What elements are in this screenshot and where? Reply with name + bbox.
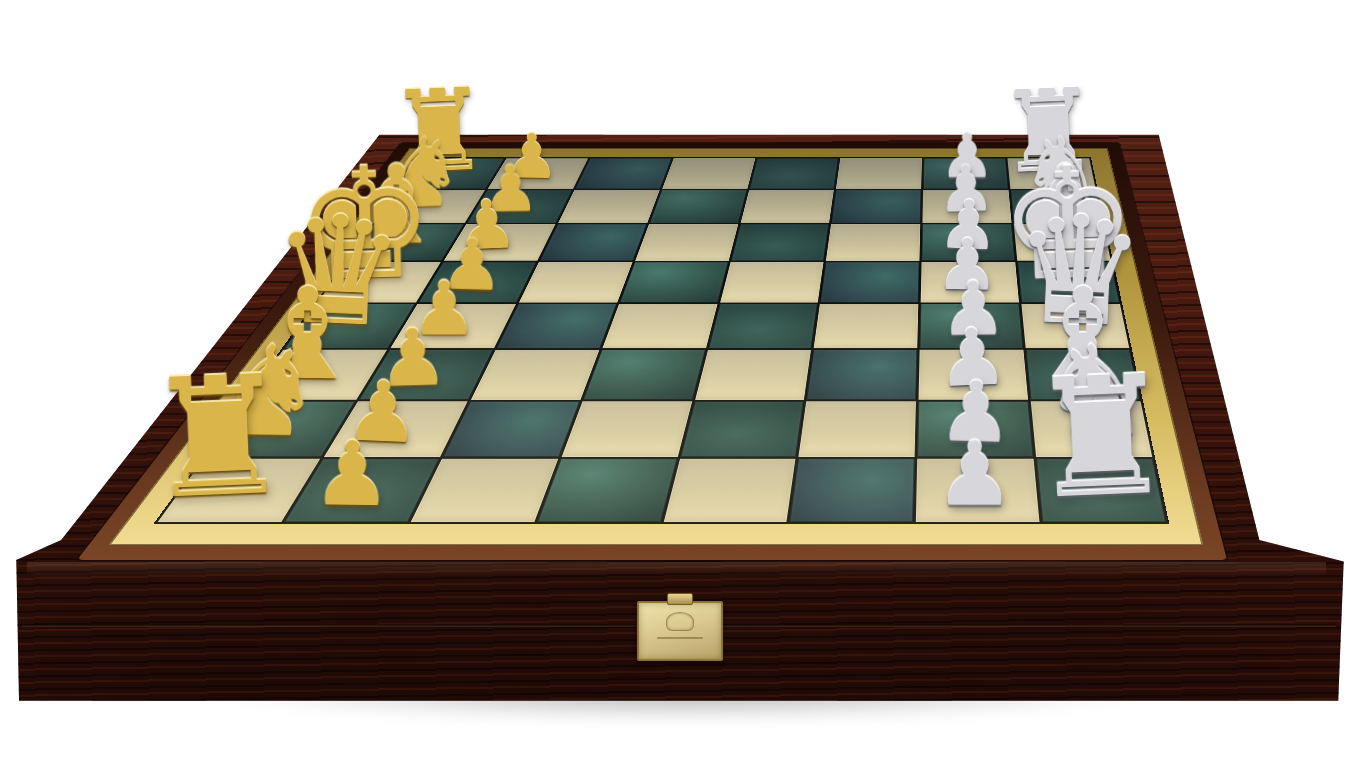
case-front-highlight [27,562,1326,576]
square-r8c7: ♟ [916,459,1039,522]
brass-frame: ♜♟♟♜♞♟♟♞♝♟♟♝♚♟♟♚♛♟♟♛♝♟♟♝♞♟♟♞♜♟♟♜ [108,148,1203,545]
square-r6c3 [471,350,599,400]
square-r7c6 [799,401,916,457]
square-r3c4 [635,224,738,261]
square-r6c5 [695,350,811,400]
plaque-engraving [657,637,703,639]
square-r4c6 [820,262,919,302]
square-r7c5 [680,401,804,457]
square-r1c3 [575,158,672,189]
square-r5c5 [708,304,818,349]
square-r1c4 [662,158,755,189]
laurel-wreath-logo-icon [666,612,694,631]
square-r2c6 [831,190,921,223]
manufacturer-plaque [637,601,723,661]
piece-gold-pawn: ♟ [312,430,393,520]
square-r5c3 [496,304,616,349]
square-r7c3 [443,401,580,457]
square-r8c6 [790,459,915,522]
square-r2c4 [649,190,747,223]
square-r5c4 [602,304,717,349]
board-scene: ♜♟♟♜♞♟♟♞♝♟♟♝♚♟♟♚♛♟♟♛♝♟♟♝♞♟♟♞♜♟♟♜ [77,0,1227,560]
square-r8c5 [663,459,795,522]
piece-gold-rook: ♜ [141,353,295,523]
square-r4c3 [519,262,632,302]
square-r3c5 [731,224,830,261]
latch-icon [667,593,693,605]
square-r4c5 [720,262,824,302]
chess-board: ♜♟♟♜♞♟♟♞♝♟♟♝♚♟♟♚♛♟♟♛♝♟♟♝♞♟♟♞♜♟♟♜ [77,143,1227,560]
square-r4c4 [619,262,728,302]
square-r3c3 [539,224,646,261]
square-r2c3 [558,190,660,223]
square-r3c6 [826,224,920,261]
square-r7c4 [561,401,692,457]
square-r1c5 [749,158,838,189]
square-r2c5 [740,190,834,223]
piece-silver-pawn: ♟ [935,431,1014,520]
square-r1c6 [836,158,922,189]
square-r8c4 [537,459,677,522]
square-r6c6 [807,350,918,400]
square-r8c1: ♜ [158,459,320,522]
product-photo-stage: ♜♟♟♜♞♟♟♞♝♟♟♝♚♟♟♚♛♟♟♛♝♟♟♝♞♟♟♞♜♟♟♜ [0,0,1360,765]
square-r6c4 [583,350,705,400]
square-r8c8: ♜ [1036,459,1166,522]
piece-silver-rook: ♜ [1025,353,1179,523]
board-grid: ♜♟♟♜♞♟♟♞♝♟♟♝♚♟♟♚♛♟♟♛♝♟♟♝♞♟♟♞♜♟♟♜ [153,157,1169,524]
square-r5c6 [814,304,919,349]
